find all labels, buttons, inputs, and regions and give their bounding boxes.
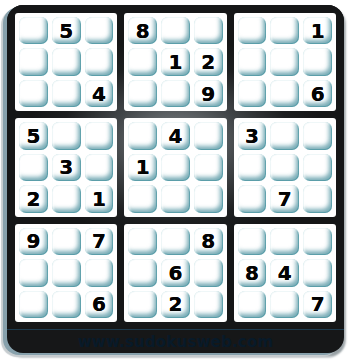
sudoku-cell-r6c1[interactable]: 2 (19, 185, 48, 212)
cell-digit: 9 (201, 84, 215, 104)
cell-digit: 7 (311, 294, 325, 314)
sudoku-cell-r8c4[interactable] (128, 259, 157, 286)
sudoku-cell-r3c8[interactable] (270, 80, 299, 107)
cell-digit: 8 (136, 21, 150, 41)
sudoku-cell-r6c6[interactable] (194, 185, 223, 212)
sudoku-cell-r1c4[interactable]: 8 (128, 17, 157, 44)
sudoku-cell-r7c6[interactable]: 8 (194, 228, 223, 255)
cell-digit: 1 (92, 189, 106, 209)
sudoku-cell-r2c4[interactable] (128, 48, 157, 75)
sudoku-cell-r4c3[interactable] (85, 122, 114, 149)
sudoku-box-7: 976 (15, 224, 117, 322)
cell-digit: 6 (92, 294, 106, 314)
sudoku-cell-r9c9[interactable]: 7 (303, 291, 332, 318)
cell-digit: 6 (311, 84, 325, 104)
cell-digit: 5 (26, 126, 40, 146)
sudoku-cell-r5c4[interactable]: 1 (128, 154, 157, 181)
sudoku-cell-r4c6[interactable] (194, 122, 223, 149)
sudoku-cell-r3c3[interactable]: 4 (85, 80, 114, 107)
sudoku-cell-r8c5[interactable]: 6 (161, 259, 190, 286)
sudoku-cell-r2c7[interactable] (238, 48, 267, 75)
sudoku-cell-r9c3[interactable]: 6 (85, 291, 114, 318)
sudoku-cell-r7c8[interactable] (270, 228, 299, 255)
sudoku-cell-r9c4[interactable] (128, 291, 157, 318)
sudoku-cell-r5c9[interactable] (303, 154, 332, 181)
sudoku-box-6: 37 (234, 118, 336, 216)
page: 5481291653214137976862847 www.sudokusweb… (0, 0, 350, 360)
sudoku-cell-r3c4[interactable] (128, 80, 157, 107)
footer-bar: www.sudokusweb.com (7, 329, 344, 353)
sudoku-cell-r8c3[interactable] (85, 259, 114, 286)
sudoku-grid: 5481291653214137976862847 (7, 5, 344, 329)
cell-digit: 5 (59, 21, 73, 41)
sudoku-cell-r8c7[interactable]: 8 (238, 259, 267, 286)
cell-digit: 4 (278, 263, 292, 283)
sudoku-cell-r5c5[interactable] (161, 154, 190, 181)
sudoku-box-4: 5321 (15, 118, 117, 216)
cell-digit: 3 (245, 126, 259, 146)
sudoku-cell-r4c7[interactable]: 3 (238, 122, 267, 149)
sudoku-cell-r7c1[interactable]: 9 (19, 228, 48, 255)
cell-digit: 1 (169, 52, 183, 72)
sudoku-cell-r8c2[interactable] (52, 259, 81, 286)
sudoku-cell-r1c5[interactable] (161, 17, 190, 44)
cell-digit: 7 (278, 189, 292, 209)
sudoku-cell-r6c8[interactable]: 7 (270, 185, 299, 212)
sudoku-box-2: 8129 (124, 13, 226, 111)
sudoku-cell-r2c5[interactable]: 1 (161, 48, 190, 75)
sudoku-box-5: 41 (124, 118, 226, 216)
sudoku-cell-r6c5[interactable] (161, 185, 190, 212)
sudoku-cell-r1c2[interactable]: 5 (52, 17, 81, 44)
sudoku-cell-r4c1[interactable]: 5 (19, 122, 48, 149)
website-link[interactable]: www.sudokusweb.com (78, 333, 273, 351)
sudoku-cell-r1c1[interactable] (19, 17, 48, 44)
sudoku-cell-r9c1[interactable] (19, 291, 48, 318)
sudoku-cell-r8c6[interactable] (194, 259, 223, 286)
cell-digit: 1 (311, 21, 325, 41)
sudoku-cell-r3c5[interactable] (161, 80, 190, 107)
sudoku-cell-r8c1[interactable] (19, 259, 48, 286)
sudoku-cell-r7c2[interactable] (52, 228, 81, 255)
sudoku-cell-r2c3[interactable] (85, 48, 114, 75)
sudoku-cell-r4c5[interactable]: 4 (161, 122, 190, 149)
sudoku-cell-r7c9[interactable] (303, 228, 332, 255)
sudoku-cell-r4c8[interactable] (270, 122, 299, 149)
sudoku-cell-r1c8[interactable] (270, 17, 299, 44)
cell-digit: 8 (201, 231, 215, 251)
sudoku-cell-r2c2[interactable] (52, 48, 81, 75)
cell-digit: 9 (26, 231, 40, 251)
sudoku-cell-r6c9[interactable] (303, 185, 332, 212)
sudoku-cell-r3c1[interactable] (19, 80, 48, 107)
sudoku-cell-r5c8[interactable] (270, 154, 299, 181)
sudoku-cell-r5c7[interactable] (238, 154, 267, 181)
sudoku-board: 5481291653214137976862847 www.sudokusweb… (7, 5, 344, 353)
sudoku-box-3: 16 (234, 13, 336, 111)
sudoku-cell-r9c6[interactable] (194, 291, 223, 318)
sudoku-box-9: 847 (234, 224, 336, 322)
sudoku-cell-r9c8[interactable] (270, 291, 299, 318)
sudoku-cell-r3c2[interactable] (52, 80, 81, 107)
cell-digit: 3 (59, 157, 73, 177)
sudoku-cell-r1c3[interactable] (85, 17, 114, 44)
sudoku-cell-r2c9[interactable] (303, 48, 332, 75)
cell-digit: 6 (169, 263, 183, 283)
cell-digit: 1 (136, 157, 150, 177)
cell-digit: 4 (92, 84, 106, 104)
sudoku-cell-r9c5[interactable]: 2 (161, 291, 190, 318)
cell-digit: 2 (169, 294, 183, 314)
cell-digit: 2 (201, 52, 215, 72)
sudoku-box-8: 862 (124, 224, 226, 322)
sudoku-cell-r1c9[interactable]: 1 (303, 17, 332, 44)
sudoku-cell-r5c6[interactable] (194, 154, 223, 181)
sudoku-cell-r2c6[interactable]: 2 (194, 48, 223, 75)
sudoku-cell-r4c9[interactable] (303, 122, 332, 149)
cell-digit: 8 (245, 263, 259, 283)
sudoku-cell-r6c2[interactable] (52, 185, 81, 212)
sudoku-cell-r6c7[interactable] (238, 185, 267, 212)
sudoku-cell-r7c5[interactable] (161, 228, 190, 255)
cell-digit: 7 (92, 231, 106, 251)
sudoku-cell-r9c7[interactable] (238, 291, 267, 318)
sudoku-cell-r1c6[interactable] (194, 17, 223, 44)
sudoku-cell-r5c3[interactable] (85, 154, 114, 181)
sudoku-cell-r3c6[interactable]: 9 (194, 80, 223, 107)
sudoku-cell-r7c7[interactable] (238, 228, 267, 255)
sudoku-cell-r4c2[interactable] (52, 122, 81, 149)
sudoku-cell-r1c7[interactable] (238, 17, 267, 44)
sudoku-cell-r7c3[interactable]: 7 (85, 228, 114, 255)
cell-digit: 2 (26, 189, 40, 209)
sudoku-cell-r3c9[interactable]: 6 (303, 80, 332, 107)
sudoku-cell-r6c4[interactable] (128, 185, 157, 212)
sudoku-cell-r2c8[interactable] (270, 48, 299, 75)
sudoku-cell-r5c1[interactable] (19, 154, 48, 181)
sudoku-cell-r9c2[interactable] (52, 291, 81, 318)
sudoku-cell-r2c1[interactable] (19, 48, 48, 75)
sudoku-cell-r6c3[interactable]: 1 (85, 185, 114, 212)
sudoku-cell-r3c7[interactable] (238, 80, 267, 107)
sudoku-cell-r7c4[interactable] (128, 228, 157, 255)
sudoku-cell-r4c4[interactable] (128, 122, 157, 149)
cell-digit: 4 (169, 126, 183, 146)
sudoku-box-1: 54 (15, 13, 117, 111)
sudoku-cell-r8c9[interactable] (303, 259, 332, 286)
sudoku-cell-r8c8[interactable]: 4 (270, 259, 299, 286)
sudoku-cell-r5c2[interactable]: 3 (52, 154, 81, 181)
